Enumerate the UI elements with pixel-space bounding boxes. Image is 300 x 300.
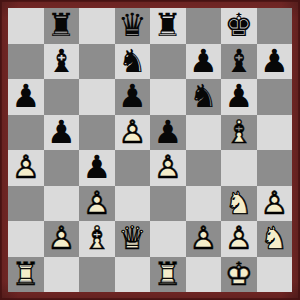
piece-glyph: ♝ <box>221 44 257 80</box>
square-c2[interactable]: ♝♗ <box>79 221 115 257</box>
black-king[interactable]: ♚ <box>221 8 257 44</box>
piece-outline-glyph: ♙ <box>186 221 222 257</box>
square-h1[interactable] <box>257 257 293 293</box>
black-pawn[interactable]: ♟ <box>221 79 257 115</box>
square-a3[interactable] <box>8 186 44 222</box>
square-b5[interactable]: ♟ <box>44 115 80 151</box>
square-c8[interactable] <box>79 8 115 44</box>
board-frame: ♜♛♜♚♝♞♟♝♟♟♟♞♟♟♟♙♟♝♗♟♙♟♟♙♟♙♞♘♟♙♟♙♝♗♛♕♟♙♟♙… <box>0 0 300 300</box>
square-h3[interactable]: ♟♙ <box>257 186 293 222</box>
square-f2[interactable]: ♟♙ <box>186 221 222 257</box>
square-b1[interactable] <box>44 257 80 293</box>
black-bishop[interactable]: ♝ <box>44 44 80 80</box>
white-knight[interactable]: ♞♘ <box>221 186 257 222</box>
square-f3[interactable] <box>186 186 222 222</box>
square-g4[interactable] <box>221 150 257 186</box>
black-knight[interactable]: ♞ <box>186 79 222 115</box>
white-rook[interactable]: ♜♖ <box>8 257 44 293</box>
square-c6[interactable] <box>79 79 115 115</box>
piece-glyph: ♟ <box>44 115 80 151</box>
piece-glyph: ♟ <box>150 115 186 151</box>
square-h2[interactable]: ♞♘ <box>257 221 293 257</box>
piece-outline-glyph: ♙ <box>150 150 186 186</box>
square-g1[interactable]: ♚♔ <box>221 257 257 293</box>
square-e4[interactable]: ♟♙ <box>150 150 186 186</box>
piece-outline-glyph: ♙ <box>79 186 115 222</box>
black-pawn[interactable]: ♟ <box>150 115 186 151</box>
square-e6[interactable] <box>150 79 186 115</box>
white-pawn[interactable]: ♟♙ <box>221 221 257 257</box>
square-d3[interactable] <box>115 186 151 222</box>
square-a1[interactable]: ♜♖ <box>8 257 44 293</box>
square-c5[interactable] <box>79 115 115 151</box>
square-d8[interactable]: ♛ <box>115 8 151 44</box>
square-b8[interactable]: ♜ <box>44 8 80 44</box>
piece-outline-glyph: ♖ <box>150 257 186 293</box>
white-pawn[interactable]: ♟♙ <box>257 186 293 222</box>
square-e2[interactable] <box>150 221 186 257</box>
black-rook[interactable]: ♜ <box>44 8 80 44</box>
square-h8[interactable] <box>257 8 293 44</box>
white-bishop[interactable]: ♝♗ <box>79 221 115 257</box>
square-a4[interactable]: ♟♙ <box>8 150 44 186</box>
square-d4[interactable] <box>115 150 151 186</box>
square-d7[interactable]: ♞ <box>115 44 151 80</box>
white-king[interactable]: ♚♔ <box>221 257 257 293</box>
black-pawn[interactable]: ♟ <box>79 150 115 186</box>
white-rook[interactable]: ♜♖ <box>150 257 186 293</box>
square-c3[interactable]: ♟♙ <box>79 186 115 222</box>
piece-glyph: ♛ <box>115 8 151 44</box>
white-bishop[interactable]: ♝♗ <box>221 115 257 151</box>
square-e1[interactable]: ♜♖ <box>150 257 186 293</box>
square-f7[interactable]: ♟ <box>186 44 222 80</box>
piece-outline-glyph: ♙ <box>8 150 44 186</box>
square-f4[interactable] <box>186 150 222 186</box>
white-queen[interactable]: ♛♕ <box>115 221 151 257</box>
piece-glyph: ♟ <box>115 79 151 115</box>
piece-glyph: ♜ <box>44 8 80 44</box>
black-queen[interactable]: ♛ <box>115 8 151 44</box>
piece-outline-glyph: ♕ <box>115 221 151 257</box>
piece-glyph: ♚ <box>221 8 257 44</box>
piece-glyph: ♟ <box>221 79 257 115</box>
square-a7[interactable] <box>8 44 44 80</box>
square-c4[interactable]: ♟ <box>79 150 115 186</box>
square-f1[interactable] <box>186 257 222 293</box>
white-pawn[interactable]: ♟♙ <box>150 150 186 186</box>
black-pawn[interactable]: ♟ <box>115 79 151 115</box>
chess-board: ♜♛♜♚♝♞♟♝♟♟♟♞♟♟♟♙♟♝♗♟♙♟♟♙♟♙♞♘♟♙♟♙♝♗♛♕♟♙♟♙… <box>8 8 292 292</box>
square-a5[interactable] <box>8 115 44 151</box>
square-g2[interactable]: ♟♙ <box>221 221 257 257</box>
black-pawn[interactable]: ♟ <box>257 44 293 80</box>
piece-outline-glyph: ♖ <box>8 257 44 293</box>
piece-glyph: ♟ <box>257 44 293 80</box>
piece-outline-glyph: ♔ <box>221 257 257 293</box>
square-g5[interactable]: ♝♗ <box>221 115 257 151</box>
black-pawn[interactable]: ♟ <box>8 79 44 115</box>
square-e7[interactable] <box>150 44 186 80</box>
square-d6[interactable]: ♟ <box>115 79 151 115</box>
square-d2[interactable]: ♛♕ <box>115 221 151 257</box>
square-c1[interactable] <box>79 257 115 293</box>
square-a6[interactable]: ♟ <box>8 79 44 115</box>
piece-glyph: ♜ <box>150 8 186 44</box>
square-g7[interactable]: ♝ <box>221 44 257 80</box>
square-f5[interactable] <box>186 115 222 151</box>
square-g6[interactable]: ♟ <box>221 79 257 115</box>
square-b2[interactable]: ♟♙ <box>44 221 80 257</box>
white-pawn[interactable]: ♟♙ <box>44 221 80 257</box>
square-d1[interactable] <box>115 257 151 293</box>
square-a8[interactable] <box>8 8 44 44</box>
piece-outline-glyph: ♙ <box>257 186 293 222</box>
square-b6[interactable] <box>44 79 80 115</box>
square-a2[interactable] <box>8 221 44 257</box>
piece-glyph: ♟ <box>186 44 222 80</box>
piece-outline-glyph: ♙ <box>221 221 257 257</box>
square-e5[interactable]: ♟ <box>150 115 186 151</box>
piece-outline-glyph: ♙ <box>115 115 151 151</box>
square-h4[interactable] <box>257 150 293 186</box>
black-knight[interactable]: ♞ <box>115 44 151 80</box>
square-g3[interactable]: ♞♘ <box>221 186 257 222</box>
piece-outline-glyph: ♘ <box>221 186 257 222</box>
square-b7[interactable]: ♝ <box>44 44 80 80</box>
black-rook[interactable]: ♜ <box>150 8 186 44</box>
square-c7[interactable] <box>79 44 115 80</box>
square-e8[interactable]: ♜ <box>150 8 186 44</box>
square-f6[interactable]: ♞ <box>186 79 222 115</box>
piece-glyph: ♟ <box>8 79 44 115</box>
piece-outline-glyph: ♗ <box>79 221 115 257</box>
black-pawn[interactable]: ♟ <box>44 115 80 151</box>
white-pawn[interactable]: ♟♙ <box>115 115 151 151</box>
square-h6[interactable] <box>257 79 293 115</box>
piece-outline-glyph: ♙ <box>44 221 80 257</box>
piece-outline-glyph: ♘ <box>257 221 293 257</box>
piece-outline-glyph: ♗ <box>221 115 257 151</box>
piece-glyph: ♝ <box>44 44 80 80</box>
white-pawn[interactable]: ♟♙ <box>8 150 44 186</box>
black-pawn[interactable]: ♟ <box>186 44 222 80</box>
piece-glyph: ♞ <box>115 44 151 80</box>
square-g8[interactable]: ♚ <box>221 8 257 44</box>
square-h7[interactable]: ♟ <box>257 44 293 80</box>
white-pawn[interactable]: ♟♙ <box>79 186 115 222</box>
square-e3[interactable] <box>150 186 186 222</box>
square-b3[interactable] <box>44 186 80 222</box>
square-b4[interactable] <box>44 150 80 186</box>
piece-glyph: ♟ <box>79 150 115 186</box>
piece-glyph: ♞ <box>186 79 222 115</box>
square-d5[interactable]: ♟♙ <box>115 115 151 151</box>
square-h5[interactable] <box>257 115 293 151</box>
black-bishop[interactable]: ♝ <box>221 44 257 80</box>
square-f8[interactable] <box>186 8 222 44</box>
white-pawn[interactable]: ♟♙ <box>186 221 222 257</box>
white-knight[interactable]: ♞♘ <box>257 221 293 257</box>
